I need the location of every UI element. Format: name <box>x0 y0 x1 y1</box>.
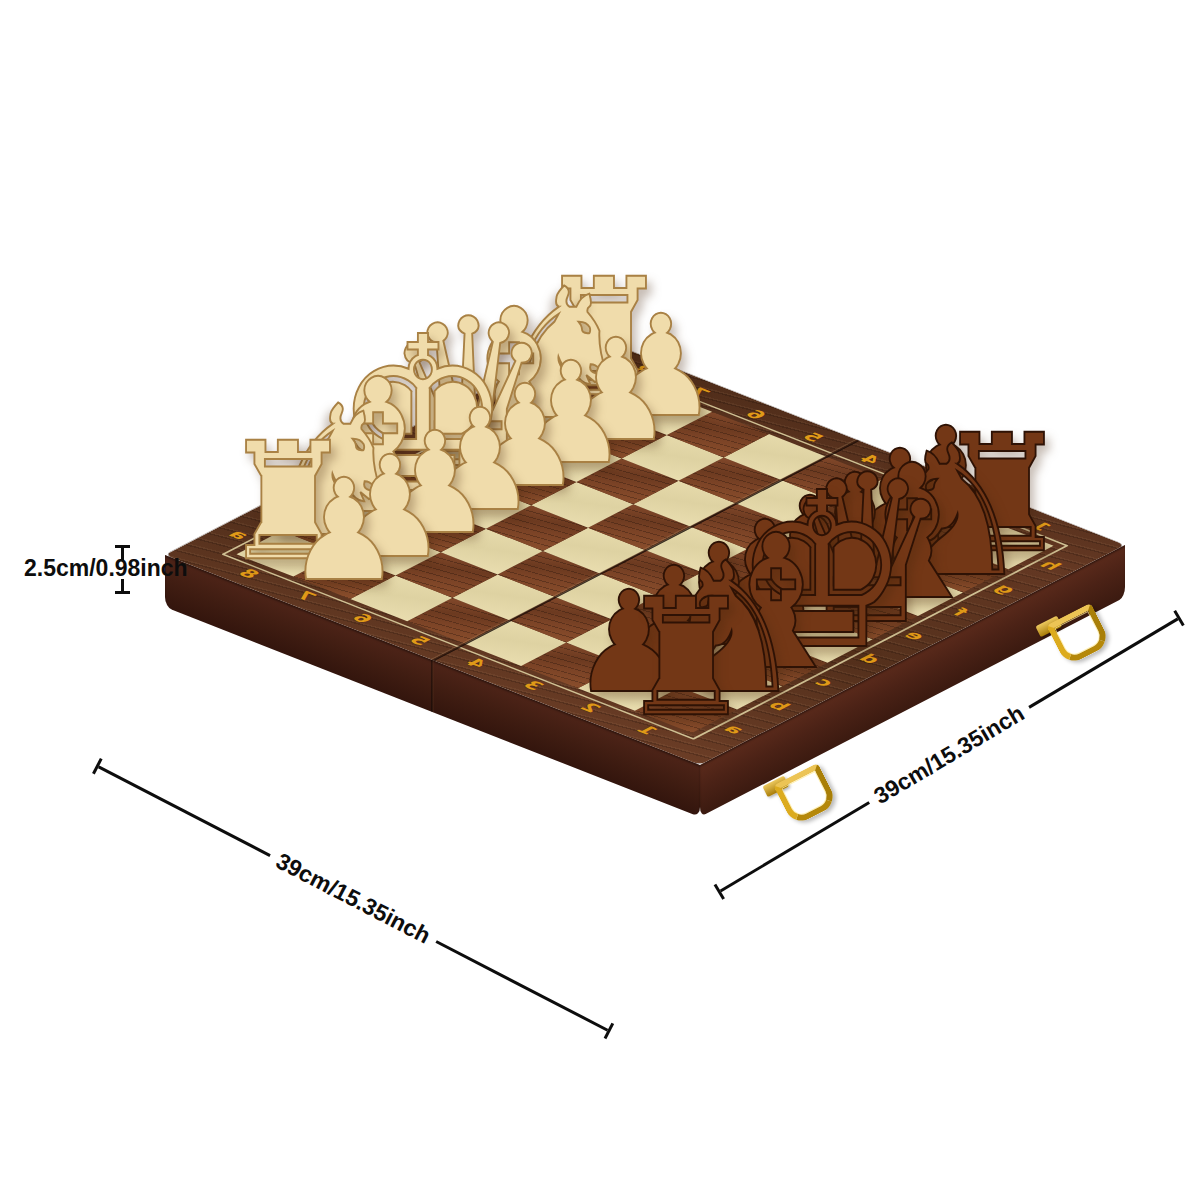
height-tick-top <box>115 545 130 560</box>
height-tick-bottom <box>115 579 130 594</box>
dimension-line-segment <box>435 940 608 1032</box>
product-photo-scene: aabbccddeeffgghh1122334455667788 ♜♞♝♚♛♝♞… <box>0 0 1200 1200</box>
piece-dark-rook-a1: ♜ <box>619 577 753 739</box>
dimension-width-left: 39cm/15.35inch <box>90 754 617 1044</box>
dimension-line-segment <box>98 766 271 858</box>
board-side-fold-seam <box>431 659 434 712</box>
dimension-width-left-label: 39cm/15.35inch <box>264 844 442 953</box>
dimension-height-label: 2.5cm/0.98inch <box>24 555 188 582</box>
piece-light-pawn-a7: ♟ <box>287 461 402 601</box>
